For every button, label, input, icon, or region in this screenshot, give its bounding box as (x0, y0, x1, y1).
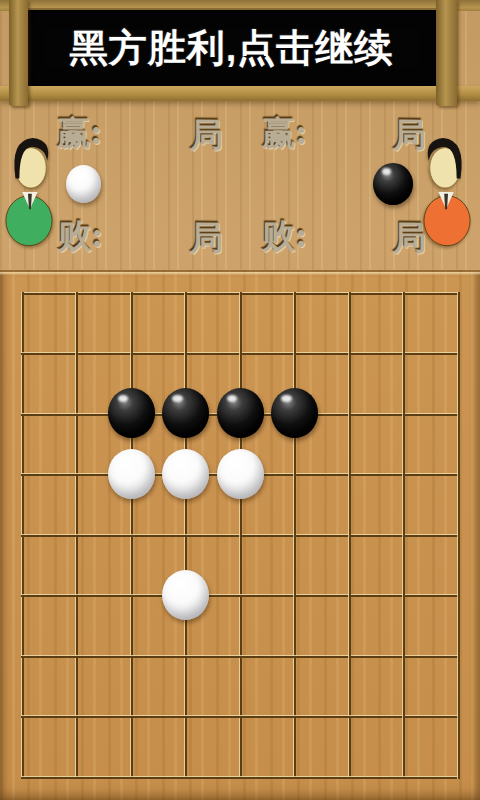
board-gridline-v (239, 292, 242, 779)
right-win-unit: 局 (393, 117, 426, 153)
left-player-avatar (3, 130, 53, 248)
board-gridline-h (21, 776, 459, 779)
game-screen: 黑方胜利,点击继续 赢: 局 败: 局 赢: 局 败: 局 (0, 0, 480, 800)
white-stone (108, 449, 155, 499)
right-player-avatar (423, 130, 473, 248)
result-banner[interactable]: 黑方胜利,点击继续 (26, 10, 437, 87)
black-stone (162, 388, 209, 438)
signboard-bottom-bar (0, 86, 480, 101)
result-signboard[interactable]: 黑方胜利,点击继续 (0, 0, 480, 106)
right-loss-unit: 局 (393, 220, 426, 256)
board-gridline-h (21, 594, 459, 597)
result-banner-text: 黑方胜利,点击继续 (70, 23, 394, 74)
left-loss-label: 败: (58, 218, 103, 254)
white-stone (162, 449, 209, 499)
black-stone (217, 388, 264, 438)
right-win-label: 赢: (262, 115, 307, 151)
black-stone (108, 388, 155, 438)
white-stone (162, 570, 209, 620)
right-loss-label: 败: (262, 218, 307, 254)
scoreboard: 赢: 局 败: 局 赢: 局 败: 局 (0, 105, 480, 270)
board-gridline-h (21, 715, 459, 718)
left-player-stone-white (66, 165, 101, 203)
green-suit-player-icon (3, 130, 53, 248)
orange-suit-player-icon (423, 130, 473, 248)
board-gridline-v (402, 292, 405, 779)
left-win-unit: 局 (190, 117, 223, 153)
right-player-stone-black (373, 163, 413, 205)
left-win-label: 赢: (57, 115, 102, 151)
signboard-left-post (9, 0, 28, 106)
gomoku-board[interactable] (0, 270, 480, 800)
board-gridline-v (293, 292, 296, 779)
white-stone (217, 449, 264, 499)
black-stone (271, 388, 318, 438)
left-loss-unit: 局 (190, 220, 223, 256)
board-gridline-v (457, 292, 460, 779)
board-gridline-v (348, 292, 351, 779)
signboard-right-post (436, 0, 457, 106)
board-gridline-h (21, 655, 459, 658)
